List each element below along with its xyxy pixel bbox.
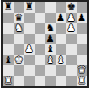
square-e1 (45, 76, 56, 87)
square-e3: ♝ (45, 55, 56, 66)
square-b1 (14, 76, 25, 87)
square-h1: ♜ (77, 76, 88, 87)
square-e5: ♟ (45, 34, 56, 45)
board-frame: ♜♜♚♛♟♟♟♞♞♟♟♟♝♝♚♝♝♛♜♜ (1, 0, 89, 88)
piece-black-bishop: ♝ (46, 44, 55, 55)
piece-black-pawn: ♟ (46, 34, 55, 45)
square-g6: ♟ (66, 23, 77, 34)
square-a7 (3, 13, 14, 24)
square-d4 (35, 44, 46, 55)
square-a6 (3, 23, 14, 34)
piece-white-knight: ♞ (14, 23, 23, 34)
square-b8 (14, 2, 25, 13)
square-b3: ♚ (14, 55, 25, 66)
square-d2 (35, 65, 46, 76)
piece-black-rook: ♜ (25, 2, 34, 13)
square-b2 (14, 65, 25, 76)
piece-black-pawn: ♟ (56, 13, 65, 24)
piece-white-rook: ♜ (77, 76, 86, 87)
square-f4 (56, 44, 67, 55)
square-b6: ♞ (14, 23, 25, 34)
square-b4 (14, 44, 25, 55)
square-c4: ♟ (24, 44, 35, 55)
square-c2 (24, 65, 35, 76)
piece-black-bishop: ♝ (4, 55, 13, 66)
square-a3: ♝ (3, 55, 14, 66)
square-f3: ♝ (56, 55, 67, 66)
square-c1 (24, 76, 35, 87)
square-g5 (66, 34, 77, 45)
piece-black-king: ♚ (67, 2, 76, 13)
square-f7: ♟ (56, 13, 67, 24)
piece-black-queen: ♛ (14, 13, 23, 24)
piece-white-king: ♚ (14, 55, 23, 66)
square-e4: ♝ (45, 44, 56, 55)
piece-white-pawn: ♟ (67, 23, 76, 34)
square-a2 (3, 65, 14, 76)
square-d3 (35, 55, 46, 66)
square-f2 (56, 65, 67, 76)
square-h4 (77, 44, 88, 55)
square-a4 (3, 44, 14, 55)
square-c6 (24, 23, 35, 34)
piece-white-queen: ♛ (77, 65, 86, 76)
piece-black-knight: ♞ (46, 23, 55, 34)
piece-black-rook: ♜ (4, 2, 13, 13)
square-h2: ♛ (77, 65, 88, 76)
chess-board: ♜♜♚♛♟♟♟♞♞♟♟♟♝♝♚♝♝♛♜♜ (3, 2, 87, 86)
square-c5 (24, 34, 35, 45)
square-c7 (24, 13, 35, 24)
square-g1 (66, 76, 77, 87)
square-g2 (66, 65, 77, 76)
piece-white-rook: ♜ (4, 76, 13, 87)
square-h8 (77, 2, 88, 13)
square-f1 (56, 76, 67, 87)
square-c8: ♜ (24, 2, 35, 13)
piece-white-pawn: ♟ (67, 13, 76, 24)
square-e2 (45, 65, 56, 76)
square-b5 (14, 34, 25, 45)
piece-white-bishop: ♝ (56, 55, 65, 66)
piece-white-pawn: ♟ (25, 44, 34, 55)
square-h7: ♟ (77, 13, 88, 24)
square-f6 (56, 23, 67, 34)
chess-diagram: ♜♜♚♛♟♟♟♞♞♟♟♟♝♝♚♝♝♛♜♜ (0, 0, 90, 88)
square-d5 (35, 34, 46, 45)
square-a1: ♜ (3, 76, 14, 87)
square-g8: ♚ (66, 2, 77, 13)
square-h6 (77, 23, 88, 34)
square-g3 (66, 55, 77, 66)
square-h5 (77, 34, 88, 45)
square-c3 (24, 55, 35, 66)
square-h3 (77, 55, 88, 66)
square-d1 (35, 76, 46, 87)
square-a8: ♜ (3, 2, 14, 13)
square-e7 (45, 13, 56, 24)
square-a5 (3, 34, 14, 45)
square-f5 (56, 34, 67, 45)
square-e6: ♞ (45, 23, 56, 34)
square-b7: ♛ (14, 13, 25, 24)
square-e8 (45, 2, 56, 13)
square-d6 (35, 23, 46, 34)
piece-white-bishop: ♝ (46, 55, 55, 66)
piece-black-pawn: ♟ (77, 13, 86, 24)
square-f8 (56, 2, 67, 13)
square-g4 (66, 44, 77, 55)
square-g7: ♟ (66, 13, 77, 24)
square-d8 (35, 2, 46, 13)
square-d7 (35, 13, 46, 24)
